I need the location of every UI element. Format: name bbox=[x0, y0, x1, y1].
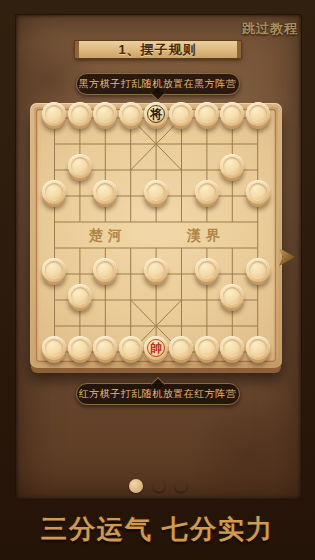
red-general-piece: 帥 bbox=[144, 336, 168, 360]
intersection-6-5 bbox=[169, 261, 194, 287]
intersection-4-1 bbox=[67, 209, 92, 235]
decorative-cloud-motif bbox=[181, 395, 315, 515]
facedown-piece bbox=[93, 102, 117, 126]
intersection-3-1 bbox=[67, 183, 92, 209]
intersection-7-2 bbox=[93, 287, 118, 313]
intersection-1-5 bbox=[169, 131, 194, 157]
intersection-9-1 bbox=[67, 339, 92, 365]
intersection-9-7 bbox=[220, 339, 245, 365]
intersection-1-8 bbox=[245, 131, 270, 157]
black-general-piece: 将 bbox=[144, 102, 168, 126]
facedown-piece bbox=[68, 336, 92, 360]
facedown-piece bbox=[169, 336, 193, 360]
red-side-tooltip: 红方棋子打乱随机放置在红方阵营 bbox=[76, 383, 240, 405]
intersection-7-4 bbox=[143, 287, 168, 313]
facedown-piece bbox=[42, 180, 66, 204]
intersection-6-8 bbox=[245, 261, 270, 287]
intersection-1-3 bbox=[118, 131, 143, 157]
facedown-piece bbox=[246, 102, 270, 126]
intersection-2-5 bbox=[169, 157, 194, 183]
intersection-4-7 bbox=[220, 209, 245, 235]
intersection-0-2 bbox=[93, 105, 118, 131]
intersection-9-8 bbox=[245, 339, 270, 365]
facedown-piece bbox=[68, 284, 92, 308]
piece-character: 帥 bbox=[144, 336, 168, 360]
intersection-0-4: 将 bbox=[143, 105, 168, 131]
pagination-dot-1[interactable] bbox=[129, 479, 143, 493]
intersection-3-3 bbox=[118, 183, 143, 209]
intersection-4-8 bbox=[245, 209, 270, 235]
pagination-dots bbox=[0, 478, 315, 494]
intersection-0-5 bbox=[169, 105, 194, 131]
intersection-7-6 bbox=[194, 287, 219, 313]
intersection-9-0 bbox=[42, 339, 67, 365]
intersection-6-3 bbox=[118, 261, 143, 287]
facedown-piece bbox=[220, 284, 244, 308]
intersection-1-0 bbox=[42, 131, 67, 157]
intersection-4-5 bbox=[169, 209, 194, 235]
intersection-6-2 bbox=[93, 261, 118, 287]
intersection-3-7 bbox=[220, 183, 245, 209]
intersection-7-1 bbox=[67, 287, 92, 313]
intersection-4-6 bbox=[194, 209, 219, 235]
intersection-1-4 bbox=[143, 131, 168, 157]
facedown-piece bbox=[220, 102, 244, 126]
intersection-7-0 bbox=[42, 287, 67, 313]
intersection-3-5 bbox=[169, 183, 194, 209]
xiangqi-board: 楚河 漢界 将帥 bbox=[30, 103, 282, 368]
intersection-6-4 bbox=[143, 261, 168, 287]
facedown-piece bbox=[195, 102, 219, 126]
pagination-dot-2[interactable] bbox=[153, 480, 165, 492]
facedown-piece bbox=[246, 336, 270, 360]
intersection-3-2 bbox=[93, 183, 118, 209]
intersection-0-7 bbox=[220, 105, 245, 131]
intersection-4-2 bbox=[93, 209, 118, 235]
intersection-1-2 bbox=[93, 131, 118, 157]
facedown-piece bbox=[195, 336, 219, 360]
piece-grid: 将帥 bbox=[42, 105, 271, 365]
facedown-piece bbox=[68, 154, 92, 178]
facedown-piece bbox=[93, 258, 117, 282]
intersection-7-7 bbox=[220, 287, 245, 313]
intersection-9-3 bbox=[118, 339, 143, 365]
intersection-6-6 bbox=[194, 261, 219, 287]
facedown-piece bbox=[195, 180, 219, 204]
intersection-9-5 bbox=[169, 339, 194, 365]
slogan-text: 三分运气 七分实力 bbox=[0, 512, 315, 547]
facedown-piece bbox=[119, 102, 143, 126]
facedown-piece bbox=[246, 258, 270, 282]
step-title-banner: 1、摆子规则 bbox=[75, 41, 241, 58]
intersection-4-0 bbox=[42, 209, 67, 235]
facedown-piece bbox=[220, 154, 244, 178]
intersection-0-3 bbox=[118, 105, 143, 131]
intersection-7-8 bbox=[245, 287, 270, 313]
facedown-piece bbox=[93, 336, 117, 360]
intersection-0-1 bbox=[67, 105, 92, 131]
intersection-7-5 bbox=[169, 287, 194, 313]
facedown-piece bbox=[144, 258, 168, 282]
intersection-0-6 bbox=[194, 105, 219, 131]
facedown-piece bbox=[42, 102, 66, 126]
intersection-5-1 bbox=[67, 235, 92, 261]
facedown-piece bbox=[195, 258, 219, 282]
intersection-0-0 bbox=[42, 105, 67, 131]
facedown-piece bbox=[144, 180, 168, 204]
facedown-piece bbox=[42, 336, 66, 360]
facedown-piece bbox=[220, 336, 244, 360]
intersection-0-8 bbox=[245, 105, 270, 131]
intersection-9-6 bbox=[194, 339, 219, 365]
skip-tutorial-button[interactable]: 跳过教程 bbox=[242, 20, 298, 38]
intersection-1-6 bbox=[194, 131, 219, 157]
intersection-4-3 bbox=[118, 209, 143, 235]
facedown-piece bbox=[246, 180, 270, 204]
facedown-piece bbox=[93, 180, 117, 204]
facedown-piece bbox=[68, 102, 92, 126]
intersection-3-0 bbox=[42, 183, 67, 209]
facedown-piece bbox=[42, 258, 66, 282]
intersection-2-3 bbox=[118, 157, 143, 183]
facedown-piece bbox=[169, 102, 193, 126]
piece-character: 将 bbox=[144, 102, 168, 126]
intersection-4-4 bbox=[143, 209, 168, 235]
intersection-5-7 bbox=[220, 235, 245, 261]
intersection-3-4 bbox=[143, 183, 168, 209]
intersection-3-6 bbox=[194, 183, 219, 209]
intersection-3-8 bbox=[245, 183, 270, 209]
intersection-6-0 bbox=[42, 261, 67, 287]
intersection-2-7 bbox=[220, 157, 245, 183]
facedown-piece bbox=[119, 336, 143, 360]
intersection-9-2 bbox=[93, 339, 118, 365]
intersection-2-1 bbox=[67, 157, 92, 183]
black-side-tooltip: 黑方棋子打乱随机放置在黑方阵营 bbox=[76, 73, 240, 95]
intersection-5-3 bbox=[118, 235, 143, 261]
intersection-5-5 bbox=[169, 235, 194, 261]
intersection-9-4: 帥 bbox=[143, 339, 168, 365]
pagination-dot-3[interactable] bbox=[175, 480, 187, 492]
intersection-7-3 bbox=[118, 287, 143, 313]
